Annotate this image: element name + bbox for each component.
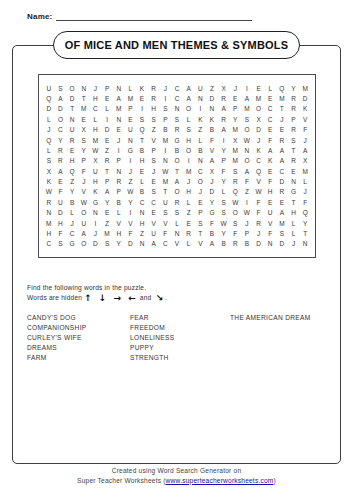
grid-cell: E [101, 208, 113, 218]
grid-cell: N [113, 166, 125, 176]
grid-cell: A [101, 187, 113, 197]
grid-cell: E [55, 176, 67, 186]
instructions-line1: Find the following words in the puzzle. [27, 283, 167, 293]
grid-cell: O [183, 104, 195, 114]
grid-cell: U [160, 197, 172, 207]
grid-cell: E [253, 83, 265, 93]
word-list-item: DREAMS [27, 343, 130, 353]
grid-cell: T [171, 166, 183, 176]
grid-cell: L [66, 208, 78, 218]
grid-cell: M [229, 125, 241, 135]
grid-cell: B [136, 145, 148, 155]
grid-cell: A [241, 166, 253, 176]
grid-cell: K [253, 145, 265, 155]
grid-cell: L [288, 218, 300, 228]
grid-cell: B [241, 239, 253, 249]
grid-cell: E [264, 93, 276, 103]
grid-cell: M [183, 166, 195, 176]
grid-cell: I [160, 93, 172, 103]
grid-cell: P [101, 83, 113, 93]
grid-cell: Y [229, 114, 241, 124]
grid-cell: F [206, 218, 218, 228]
grid-cell: Q [276, 83, 288, 93]
grid-cell: Z [101, 145, 113, 155]
grid-cell: O [194, 176, 206, 186]
grid-cell: N [299, 239, 311, 249]
grid-cell: R [55, 145, 67, 155]
grid-cell: J [253, 135, 265, 145]
grid-cell: Z [125, 176, 137, 186]
grid-cell: R [171, 125, 183, 135]
footer-line2: Super Teacher Worksheets (www.superteach… [0, 476, 353, 486]
grid-cell: I [113, 145, 125, 155]
grid-cell: S [148, 156, 160, 166]
grid-cell: E [264, 125, 276, 135]
grid-cell: N [241, 145, 253, 155]
grid-cell: E [113, 125, 125, 135]
grid-cell: F [55, 187, 67, 197]
grid-cell: I [125, 156, 137, 166]
grid-cell: V [264, 218, 276, 228]
grid-cell: N [171, 104, 183, 114]
grid-cell: Q [43, 135, 55, 145]
grid-cell: D [276, 176, 288, 186]
grid-cell: N [194, 93, 206, 103]
grid-cell: Z [136, 228, 148, 238]
grid-cell: O [253, 104, 265, 114]
grid-cell: Z [101, 218, 113, 228]
grid-cell: M [101, 228, 113, 238]
grid-cell: P [218, 156, 230, 166]
grid-cell: X [90, 156, 102, 166]
diagonal-arrow-icon: ↘ [155, 293, 163, 303]
grid-cell: L [194, 135, 206, 145]
grid-cell: D [55, 208, 67, 218]
grid-cell: I [136, 104, 148, 114]
grid-cell: P [241, 228, 253, 238]
grid-cell: F [229, 228, 241, 238]
word-list-item: STRENGTH [130, 353, 230, 363]
grid-cell: F [264, 228, 276, 238]
grid-cell: U [43, 83, 55, 93]
grid-cell: V [253, 176, 265, 186]
grid-cell: T [136, 135, 148, 145]
name-label: Name: [27, 12, 52, 21]
grid-cell: L [101, 104, 113, 114]
grid-cell: S [194, 218, 206, 228]
grid-cell: U [194, 83, 206, 93]
grid-cell: K [264, 156, 276, 166]
grid-cell: V [125, 218, 137, 228]
grid-cell: R [183, 228, 195, 238]
grid-cell: E [264, 166, 276, 176]
grid-cell: S [218, 197, 230, 207]
grid-cell: J [194, 187, 206, 197]
grid-cell: J [43, 125, 55, 135]
grid-cell: U [148, 228, 160, 238]
grid-cell: M [241, 104, 253, 114]
grid-cell: L [183, 114, 195, 124]
grid-cell: C [264, 114, 276, 124]
grid-cell: P [101, 176, 113, 186]
grid-cell: Y [299, 218, 311, 228]
grid-cell: Y [288, 83, 300, 93]
name-row: Name: [27, 12, 252, 21]
grid-cell: F [264, 135, 276, 145]
grid-cell: A [113, 93, 125, 103]
grid-cell: N [113, 114, 125, 124]
grid-cell: V [171, 239, 183, 249]
grid-cell: J [66, 218, 78, 228]
grid-cell: R [148, 83, 160, 93]
grid-cell: S [160, 208, 172, 218]
grid-cell: E [66, 145, 78, 155]
grid-cell: R [43, 197, 55, 207]
grid-cell: G [288, 187, 300, 197]
grid-cell: S [229, 166, 241, 176]
grid-cell: K [299, 104, 311, 114]
grid-cell: T [78, 93, 90, 103]
grid-cell: S [148, 187, 160, 197]
grid-cell: N [160, 156, 172, 166]
grid-cell: O [171, 187, 183, 197]
grid-cell: H [183, 135, 195, 145]
grid-cell: A [276, 208, 288, 218]
grid-cell: X [229, 135, 241, 145]
grid-cell: B [113, 197, 125, 207]
grid-cell: T [101, 166, 113, 176]
grid-cell: E [125, 114, 137, 124]
word-list-column-3: THE AMERICAN DREAM [230, 313, 311, 363]
grid-cell: N [78, 83, 90, 93]
grid-cell: J [125, 166, 137, 176]
grid-cell: O [241, 125, 253, 135]
grid-cell: J [78, 176, 90, 186]
grid-cell: A [299, 145, 311, 155]
grid-cell: A [183, 93, 195, 103]
grid-cell: W [160, 166, 172, 176]
grid-cell: R [229, 239, 241, 249]
grid-cell: L [43, 114, 55, 124]
grid-cell: Z [66, 176, 78, 186]
grid-cell: U [55, 197, 67, 207]
letter-grid: USONJPNLKRJCAUZXJIELQYMQADTHEAMERICANDRE… [43, 83, 311, 249]
grid-cell: S [55, 83, 67, 93]
grid-cell: A [183, 83, 195, 93]
grid-cell: H [55, 218, 67, 228]
grid-cell: S [136, 114, 148, 124]
grid-cell: Q [229, 187, 241, 197]
grid-cell: J [160, 83, 172, 93]
grid-cell: A [206, 156, 218, 166]
grid-cell: W [229, 197, 241, 207]
grid-cell: S [160, 104, 172, 114]
grid-cell: U [264, 208, 276, 218]
grid-cell: Y [218, 228, 230, 238]
grid-cell: F [253, 197, 265, 207]
grid-cell: C [194, 166, 206, 176]
grid-cell: A [276, 156, 288, 166]
grid-cell: E [194, 197, 206, 207]
grid-cell: H [43, 228, 55, 238]
grid-cell: M [160, 176, 172, 186]
grid-cell: I [241, 197, 253, 207]
grid-cell: Y [78, 145, 90, 155]
grid-cell: B [136, 187, 148, 197]
grid-cell: G [125, 145, 137, 155]
grid-cell: U [78, 218, 90, 228]
grid-cell: B [171, 145, 183, 155]
grid-cell: P [194, 208, 206, 218]
grid-cell: Q [43, 93, 55, 103]
grid-cell: H [288, 208, 300, 218]
grid-cell: L [136, 176, 148, 186]
grid-cell: A [206, 239, 218, 249]
grid-cell: H [264, 187, 276, 197]
grid-cell: Z [241, 187, 253, 197]
grid-cell: B [206, 228, 218, 238]
grid-cell: Y [218, 145, 230, 155]
grid-cell: I [194, 104, 206, 114]
grid-cell: E [183, 218, 195, 228]
grid-cell: J [90, 83, 102, 93]
grid-cell: A [218, 104, 230, 114]
word-list-item: CURLEY'S WIFE [27, 333, 130, 343]
grid-cell: N [90, 208, 102, 218]
puzzle-grid-box: USONJPNLKRJCAUZXJIELQYMQADTHEAMERICANDRE… [38, 74, 316, 258]
grid-cell: I [183, 156, 195, 166]
grid-cell: O [171, 156, 183, 166]
grid-cell: H [136, 218, 148, 228]
grid-cell: L [299, 176, 311, 186]
grid-cell: E [78, 114, 90, 124]
grid-cell: D [125, 239, 137, 249]
grid-cell: D [55, 104, 67, 114]
grid-cell: G [206, 208, 218, 218]
grid-cell: Q [299, 208, 311, 218]
grid-cell: H [90, 125, 102, 135]
grid-cell: J [276, 114, 288, 124]
grid-cell: W [218, 218, 230, 228]
grid-cell: A [148, 239, 160, 249]
grid-cell: A [171, 176, 183, 186]
grid-cell: P [113, 187, 125, 197]
grid-cell: D [253, 239, 265, 249]
grid-cell: C [148, 197, 160, 207]
grid-cell: K [90, 187, 102, 197]
grid-cell: B [66, 197, 78, 207]
grid-cell: K [206, 114, 218, 124]
grid-cell: L [125, 83, 137, 93]
grid-cell: Q [66, 166, 78, 176]
grid-cell: G [90, 197, 102, 207]
grid-cell: R [66, 135, 78, 145]
grid-cell: R [253, 218, 265, 228]
grid-cell: M [276, 93, 288, 103]
grid-cell: Y [101, 197, 113, 207]
grid-cell: U [125, 125, 137, 135]
grid-cell: O [183, 145, 195, 155]
grid-cell: I [125, 208, 137, 218]
grid-cell: E [136, 93, 148, 103]
grid-cell: M [125, 93, 137, 103]
grid-cell: Z [183, 208, 195, 218]
grid-cell: Y [55, 135, 67, 145]
grid-cell: B [160, 125, 172, 135]
direction-arrows-icon: ↑ ↓ → ← [84, 293, 138, 303]
grid-cell: D [43, 104, 55, 114]
grid-cell: W [78, 197, 90, 207]
grid-cell: S [55, 239, 67, 249]
grid-cell: A [264, 145, 276, 155]
grid-cell: Y [66, 187, 78, 197]
grid-cell: S [276, 228, 288, 238]
grid-cell: V [206, 145, 218, 155]
grid-cell: M [160, 135, 172, 145]
word-list-item: LONELINESS [130, 333, 230, 343]
grid-cell: V [160, 218, 172, 228]
grid-cell: W [43, 187, 55, 197]
grid-cell: I [101, 114, 113, 124]
grid-cell: W [241, 208, 253, 218]
grid-cell: L [171, 218, 183, 228]
grid-cell: N [136, 208, 148, 218]
grid-cell: O [78, 239, 90, 249]
grid-cell: F [264, 176, 276, 186]
grid-cell: R [288, 156, 300, 166]
grid-cell: H [148, 104, 160, 114]
grid-cell: J [183, 176, 195, 186]
grid-cell: B [194, 145, 206, 155]
page-title: OF MICE AND MEN THEMES & SYMBOLS [65, 39, 289, 51]
grid-cell: T [288, 197, 300, 207]
grid-cell: E [101, 93, 113, 103]
grid-cell: R [276, 187, 288, 197]
grid-cell: P [288, 114, 300, 124]
footer-line1: Created using Word Search Generator on [0, 466, 353, 476]
grid-cell: T [160, 187, 172, 197]
grid-cell: C [264, 104, 276, 114]
grid-cell: E [288, 166, 300, 176]
word-list-item: THE AMERICAN DREAM [230, 313, 311, 323]
grid-cell: V [113, 218, 125, 228]
grid-cell: W [125, 187, 137, 197]
grid-cell: J [253, 228, 265, 238]
title-banner: OF MICE AND MEN THEMES & SYMBOLS [53, 31, 300, 59]
grid-cell: N [125, 135, 137, 145]
grid-cell: C [253, 156, 265, 166]
grid-cell: G [171, 135, 183, 145]
grid-cell: A [55, 166, 67, 176]
grid-cell: B [218, 239, 230, 249]
word-list-column-1: CANDY'S DOG COMPANIONSHIP CURLEY'S WIFE … [27, 313, 130, 363]
grid-cell: F [55, 228, 67, 238]
word-list-item: CANDY'S DOG [27, 313, 130, 323]
grid-cell: P [229, 104, 241, 114]
grid-cell: M [43, 218, 55, 228]
grid-cell: X [218, 83, 230, 93]
grid-cell: J [299, 187, 311, 197]
word-list-item: FEAR [130, 313, 230, 323]
grid-cell: F [206, 135, 218, 145]
grid-cell: S [171, 114, 183, 124]
grid-cell: H [90, 93, 102, 103]
grid-cell: M [253, 93, 265, 103]
grid-cell: V [148, 135, 160, 145]
grid-cell: E [276, 125, 288, 135]
grid-cell: X [43, 166, 55, 176]
grid-cell: N [113, 83, 125, 93]
grid-cell: M [299, 166, 311, 176]
grid-cell: C [276, 166, 288, 176]
grid-cell: S [171, 208, 183, 218]
grid-cell: L [218, 187, 230, 197]
grid-cell: N [43, 208, 55, 218]
grid-cell: J [206, 176, 218, 186]
grid-cell: C [43, 239, 55, 249]
grid-cell: S [148, 114, 160, 124]
name-blank-line[interactable] [56, 12, 252, 21]
grid-cell: H [113, 228, 125, 238]
grid-cell: X [299, 156, 311, 166]
grid-cell: P [148, 145, 160, 155]
word-list-column-2: FEAR FREEDOM LONELINESS PUPPY STRENGTH [130, 313, 230, 363]
grid-cell: L [43, 145, 55, 155]
superteacherworksheets-link[interactable]: www.superteacherworksheets.com [166, 477, 274, 484]
grid-cell: O [229, 208, 241, 218]
grid-cell: S [78, 135, 90, 145]
grid-cell: D [276, 239, 288, 249]
grid-cell: C [136, 197, 148, 207]
grid-cell: M [229, 145, 241, 155]
grid-cell: C [55, 125, 67, 135]
grid-cell: W [253, 187, 265, 197]
word-list-item: COMPANIONSHIP [27, 323, 130, 333]
grid-cell: F [299, 197, 311, 207]
grid-cell: S [101, 239, 113, 249]
grid-cell: T [194, 228, 206, 238]
grid-cell: R [288, 104, 300, 114]
grid-cell: F [253, 208, 265, 218]
grid-cell: M [229, 156, 241, 166]
grid-cell: K [43, 176, 55, 186]
grid-cell: F [299, 125, 311, 135]
grid-cell: J [241, 218, 253, 228]
grid-cell: I [241, 83, 253, 93]
grid-cell: A [241, 93, 253, 103]
grid-cell: F [241, 176, 253, 186]
grid-cell: I [90, 218, 102, 228]
grid-cell: N [66, 114, 78, 124]
grid-cell: S [229, 218, 241, 228]
grid-cell: C [90, 104, 102, 114]
grid-cell: P [113, 156, 125, 166]
grid-cell: V [148, 218, 160, 228]
grid-cell: Y [218, 176, 230, 186]
grid-cell: R [276, 135, 288, 145]
grid-cell: W [90, 145, 102, 155]
grid-cell: C [171, 93, 183, 103]
grid-cell: R [171, 197, 183, 207]
grid-cell: N [288, 176, 300, 186]
grid-cell: N [171, 228, 183, 238]
grid-cell: V [78, 187, 90, 197]
grid-cell: H [90, 176, 102, 186]
grid-cell: P [160, 114, 172, 124]
grid-cell: D [206, 187, 218, 197]
grid-cell: W [241, 135, 253, 145]
grid-cell: M [90, 135, 102, 145]
